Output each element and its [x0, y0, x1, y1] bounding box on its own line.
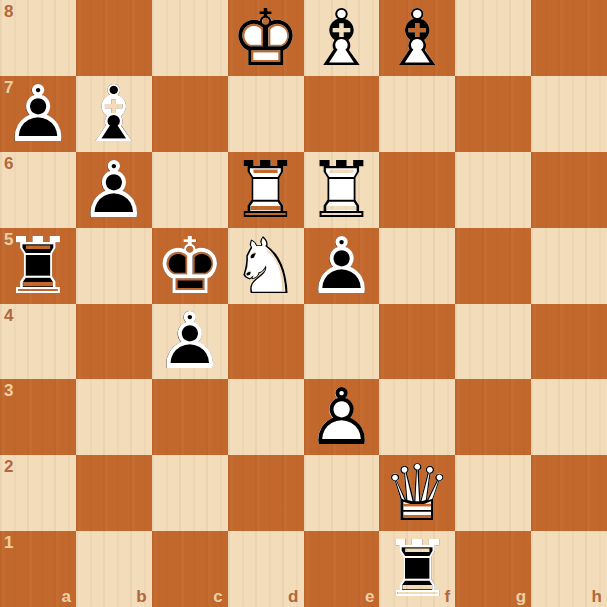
square-f2[interactable]: ♛♕: [379, 455, 455, 531]
square-a2[interactable]: 2: [0, 455, 76, 531]
square-g8[interactable]: [455, 0, 531, 76]
square-a7[interactable]: 7♟♙: [0, 76, 76, 152]
square-b6[interactable]: ♟♙: [76, 152, 152, 228]
square-e6[interactable]: ♜♖: [304, 152, 380, 228]
square-a8[interactable]: 8: [0, 0, 76, 76]
square-b2[interactable]: [76, 455, 152, 531]
square-b3[interactable]: [76, 379, 152, 455]
white-rook-icon[interactable]: ♜♖: [228, 152, 304, 228]
black-king-icon[interactable]: ♚♔: [152, 228, 228, 304]
square-c1[interactable]: c: [152, 531, 228, 607]
square-g5[interactable]: [455, 228, 531, 304]
square-g3[interactable]: [455, 379, 531, 455]
square-e8[interactable]: ♝♗: [304, 0, 380, 76]
square-g1[interactable]: g: [455, 531, 531, 607]
piece-outline-layer: ♖: [304, 152, 380, 228]
square-a3[interactable]: 3: [0, 379, 76, 455]
rank-label-1: 1: [4, 534, 13, 551]
rank-label-3: 3: [4, 382, 13, 399]
piece-outline-layer: ♙: [304, 228, 380, 304]
square-f6[interactable]: [379, 152, 455, 228]
square-d6[interactable]: ♜♖: [228, 152, 304, 228]
square-h6[interactable]: [531, 152, 607, 228]
square-g2[interactable]: [455, 455, 531, 531]
piece-outline-layer: ♘: [228, 228, 304, 304]
black-bishop-icon[interactable]: ♝♗: [76, 76, 152, 152]
black-pawn-icon[interactable]: ♟♙: [76, 152, 152, 228]
square-c4[interactable]: ♟♙: [152, 304, 228, 380]
square-e3[interactable]: ♟♙: [304, 379, 380, 455]
square-h7[interactable]: [531, 76, 607, 152]
square-a5[interactable]: 5♜♖: [0, 228, 76, 304]
square-h4[interactable]: [531, 304, 607, 380]
square-a1[interactable]: 1a: [0, 531, 76, 607]
piece-outline-layer: ♖: [228, 152, 304, 228]
square-f1[interactable]: f♜♖: [379, 531, 455, 607]
square-b5[interactable]: [76, 228, 152, 304]
square-d1[interactable]: d: [228, 531, 304, 607]
file-label-f: f: [445, 588, 451, 605]
square-e7[interactable]: [304, 76, 380, 152]
rank-label-6: 6: [4, 155, 13, 172]
square-b4[interactable]: [76, 304, 152, 380]
square-g6[interactable]: [455, 152, 531, 228]
piece-outline-layer: ♗: [379, 0, 455, 76]
square-d2[interactable]: [228, 455, 304, 531]
square-c7[interactable]: [152, 76, 228, 152]
square-c2[interactable]: [152, 455, 228, 531]
piece-outline-layer: ♕: [379, 455, 455, 531]
square-c6[interactable]: [152, 152, 228, 228]
square-h2[interactable]: [531, 455, 607, 531]
black-pawn-icon[interactable]: ♟♙: [152, 304, 228, 380]
white-rook-icon[interactable]: ♜♖: [304, 152, 380, 228]
square-e2[interactable]: [304, 455, 380, 531]
piece-outline-layer: ♔: [152, 228, 228, 304]
file-label-c: c: [213, 588, 222, 605]
white-pawn-icon[interactable]: ♟♙: [304, 379, 380, 455]
piece-outline-layer: ♙: [76, 152, 152, 228]
square-g4[interactable]: [455, 304, 531, 380]
square-d4[interactable]: [228, 304, 304, 380]
square-f8[interactable]: ♝♗: [379, 0, 455, 76]
piece-outline-layer: ♗: [76, 76, 152, 152]
square-b8[interactable]: [76, 0, 152, 76]
file-label-d: d: [288, 588, 298, 605]
white-queen-icon[interactable]: ♛♕: [379, 455, 455, 531]
square-c5[interactable]: ♚♔: [152, 228, 228, 304]
square-b1[interactable]: b: [76, 531, 152, 607]
square-a4[interactable]: 4: [0, 304, 76, 380]
rank-label-5: 5: [4, 231, 13, 248]
square-h5[interactable]: [531, 228, 607, 304]
square-d5[interactable]: ♞♘: [228, 228, 304, 304]
file-label-h: h: [592, 588, 602, 605]
rank-label-4: 4: [4, 307, 13, 324]
file-label-b: b: [136, 588, 146, 605]
black-pawn-icon[interactable]: ♟♙: [304, 228, 380, 304]
file-label-g: g: [516, 588, 526, 605]
square-d8[interactable]: ♚♔: [228, 0, 304, 76]
square-h1[interactable]: h: [531, 531, 607, 607]
square-c8[interactable]: [152, 0, 228, 76]
square-f3[interactable]: [379, 379, 455, 455]
square-f7[interactable]: [379, 76, 455, 152]
square-e5[interactable]: ♟♙: [304, 228, 380, 304]
white-knight-icon[interactable]: ♞♘: [228, 228, 304, 304]
square-e1[interactable]: e: [304, 531, 380, 607]
square-h8[interactable]: [531, 0, 607, 76]
square-b7[interactable]: ♝♗: [76, 76, 152, 152]
square-f4[interactable]: [379, 304, 455, 380]
piece-outline-layer: ♙: [152, 304, 228, 380]
white-bishop-icon[interactable]: ♝♗: [304, 0, 380, 76]
square-h3[interactable]: [531, 379, 607, 455]
square-c3[interactable]: [152, 379, 228, 455]
square-a6[interactable]: 6: [0, 152, 76, 228]
square-d7[interactable]: [228, 76, 304, 152]
file-label-e: e: [365, 588, 374, 605]
square-f5[interactable]: [379, 228, 455, 304]
rank-label-8: 8: [4, 3, 13, 20]
piece-outline-layer: ♗: [304, 0, 380, 76]
file-label-a: a: [61, 588, 70, 605]
white-king-icon[interactable]: ♚♔: [228, 0, 304, 76]
piece-outline-layer: ♔: [228, 0, 304, 76]
square-g7[interactable]: [455, 76, 531, 152]
white-bishop-icon[interactable]: ♝♗: [379, 0, 455, 76]
square-e4[interactable]: [304, 304, 380, 380]
square-d3[interactable]: [228, 379, 304, 455]
rank-label-2: 2: [4, 458, 13, 475]
chess-board: 8♚♔♝♗♝♗7♟♙♝♗6♟♙♜♖♜♖5♜♖♚♔♞♘♟♙4♟♙3♟♙2♛♕1ab…: [0, 0, 607, 607]
rank-label-7: 7: [4, 79, 13, 96]
piece-outline-layer: ♙: [304, 379, 380, 455]
